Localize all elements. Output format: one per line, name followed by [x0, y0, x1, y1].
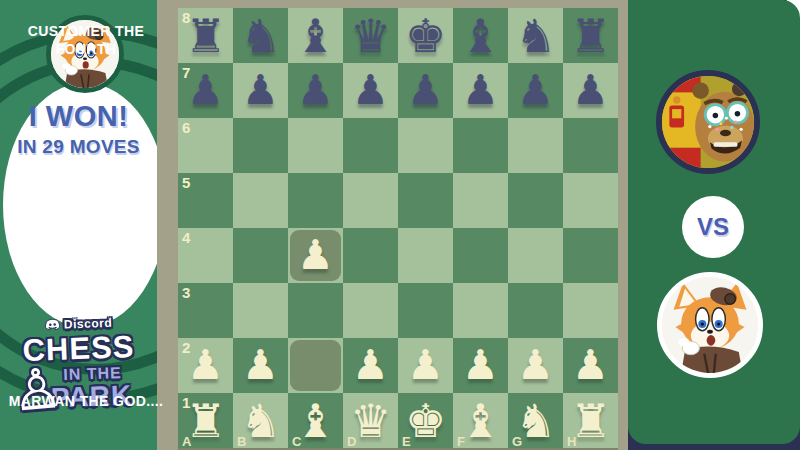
- square-a7[interactable]: 7♟: [178, 63, 233, 118]
- piece-black-pawn: ♟: [563, 63, 618, 118]
- square-d4[interactable]: [343, 228, 398, 283]
- discord-logo-icon: [45, 319, 60, 332]
- square-e7[interactable]: ♟: [398, 63, 453, 118]
- piece-white-bishop: ♝: [288, 393, 343, 448]
- piece-black-pawn: ♟: [178, 63, 233, 118]
- square-h2[interactable]: ♟: [563, 338, 618, 393]
- square-b5[interactable]: [233, 173, 288, 228]
- square-b6[interactable]: [233, 118, 288, 173]
- piece-black-pawn: ♟: [398, 63, 453, 118]
- vs-badge: VS: [682, 196, 744, 258]
- square-g1[interactable]: G♞: [508, 393, 563, 448]
- piece-black-pawn: ♟: [233, 63, 288, 118]
- piece-black-rook: ♜: [563, 8, 618, 63]
- square-g6[interactable]: [508, 118, 563, 173]
- square-b4[interactable]: [233, 228, 288, 283]
- freddy-bear-avatar-icon: [662, 76, 754, 168]
- square-a3[interactable]: 3: [178, 283, 233, 338]
- square-e6[interactable]: [398, 118, 453, 173]
- piece-black-queen: ♛: [343, 8, 398, 63]
- square-f7[interactable]: ♟: [453, 63, 508, 118]
- square-d7[interactable]: ♟: [343, 63, 398, 118]
- square-c5[interactable]: [288, 173, 343, 228]
- square-h3[interactable]: [563, 283, 618, 338]
- discord-wordmark: Discord: [64, 317, 113, 331]
- opponent-avatar: [656, 70, 760, 174]
- square-b3[interactable]: [233, 283, 288, 338]
- square-a5[interactable]: 5: [178, 173, 233, 228]
- last-move-highlight: [290, 340, 341, 391]
- square-h1[interactable]: H♜: [563, 393, 618, 448]
- piece-white-pawn: ♟: [508, 338, 563, 393]
- player-name: MARWAN THE GOD....: [8, 392, 164, 410]
- square-h5[interactable]: [563, 173, 618, 228]
- square-c6[interactable]: [288, 118, 343, 173]
- square-g4[interactable]: [508, 228, 563, 283]
- square-e3[interactable]: [398, 283, 453, 338]
- piece-black-pawn: ♟: [508, 63, 563, 118]
- square-e4[interactable]: [398, 228, 453, 283]
- rank-label-3: 3: [182, 284, 190, 301]
- square-d3[interactable]: [343, 283, 398, 338]
- piece-white-knight: ♞: [508, 393, 563, 448]
- square-g7[interactable]: ♟: [508, 63, 563, 118]
- square-e1[interactable]: E♚: [398, 393, 453, 448]
- square-f2[interactable]: ♟: [453, 338, 508, 393]
- piece-black-rook: ♜: [178, 8, 233, 63]
- square-b1[interactable]: B♞: [233, 393, 288, 448]
- square-c7[interactable]: ♟: [288, 63, 343, 118]
- square-c4[interactable]: ♟: [288, 228, 343, 283]
- square-c2[interactable]: [288, 338, 343, 393]
- piece-black-pawn: ♟: [343, 63, 398, 118]
- square-d2[interactable]: ♟: [343, 338, 398, 393]
- square-h4[interactable]: [563, 228, 618, 283]
- piece-white-rook: ♜: [563, 393, 618, 448]
- piece-black-king: ♚: [398, 8, 453, 63]
- piece-white-pawn: ♟: [343, 338, 398, 393]
- square-g2[interactable]: ♟: [508, 338, 563, 393]
- piece-white-bishop: ♝: [453, 393, 508, 448]
- square-h6[interactable]: [563, 118, 618, 173]
- opponent-name: CUSTOMER THE FOURTH: [8, 22, 164, 58]
- square-c8[interactable]: ♝: [288, 8, 343, 63]
- rank-label-6: 6: [182, 119, 190, 136]
- square-f5[interactable]: [453, 173, 508, 228]
- result-subtitle: IN 29 MOVES: [0, 136, 157, 158]
- piece-black-bishop: ♝: [453, 8, 508, 63]
- square-b7[interactable]: ♟: [233, 63, 288, 118]
- square-e8[interactable]: ♚: [398, 8, 453, 63]
- piece-black-bishop: ♝: [288, 8, 343, 63]
- tails-fox-avatar-icon: [662, 277, 758, 373]
- piece-white-knight: ♞: [233, 393, 288, 448]
- result-title: I WON!: [0, 100, 157, 133]
- square-e2[interactable]: ♟: [398, 338, 453, 393]
- piece-white-pawn: ♟: [398, 338, 453, 393]
- square-f3[interactable]: [453, 283, 508, 338]
- piece-black-knight: ♞: [508, 8, 563, 63]
- chess-board: 8♜♞♝♛♚♝♞♜7♟♟♟♟♟♟♟♟654♟32♟♟♟♟♟♟♟1A♜B♞C♝D♛…: [178, 8, 618, 448]
- square-g5[interactable]: [508, 173, 563, 228]
- square-h8[interactable]: ♜: [563, 8, 618, 63]
- piece-white-pawn: ♟: [288, 228, 343, 283]
- piece-white-king: ♚: [398, 393, 453, 448]
- square-f1[interactable]: F♝: [453, 393, 508, 448]
- player-avatar: [657, 272, 763, 378]
- square-d1[interactable]: D♛: [343, 393, 398, 448]
- square-c3[interactable]: [288, 283, 343, 338]
- square-a1[interactable]: 1A♜: [178, 393, 233, 448]
- square-c1[interactable]: C♝: [288, 393, 343, 448]
- square-g8[interactable]: ♞: [508, 8, 563, 63]
- square-f4[interactable]: [453, 228, 508, 283]
- square-d8[interactable]: ♛: [343, 8, 398, 63]
- piece-black-knight: ♞: [233, 8, 288, 63]
- logo-pawn-icon: ♙: [10, 360, 65, 420]
- result-panel: I WON! IN 29 MOVES Discord CHESS IN THE …: [0, 0, 157, 450]
- piece-white-queen: ♛: [343, 393, 398, 448]
- square-a2[interactable]: 2♟: [178, 338, 233, 393]
- vs-label: VS: [697, 213, 729, 241]
- piece-white-pawn: ♟: [453, 338, 508, 393]
- square-a4[interactable]: 4: [178, 228, 233, 283]
- square-h7[interactable]: ♟: [563, 63, 618, 118]
- square-e5[interactable]: [398, 173, 453, 228]
- piece-black-pawn: ♟: [288, 63, 343, 118]
- chess-in-the-park-screen: I WON! IN 29 MOVES Discord CHESS IN THE …: [0, 0, 800, 450]
- square-b2[interactable]: ♟: [233, 338, 288, 393]
- square-d5[interactable]: [343, 173, 398, 228]
- piece-white-pawn: ♟: [563, 338, 618, 393]
- square-f6[interactable]: [453, 118, 508, 173]
- square-a8[interactable]: 8♜: [178, 8, 233, 63]
- piece-white-pawn: ♟: [233, 338, 288, 393]
- rank-label-4: 4: [182, 229, 190, 246]
- rank-label-5: 5: [182, 174, 190, 191]
- piece-black-pawn: ♟: [453, 63, 508, 118]
- square-d6[interactable]: [343, 118, 398, 173]
- square-f8[interactable]: ♝: [453, 8, 508, 63]
- square-g3[interactable]: [508, 283, 563, 338]
- piece-white-rook: ♜: [178, 393, 233, 448]
- square-a6[interactable]: 6: [178, 118, 233, 173]
- square-b8[interactable]: ♞: [233, 8, 288, 63]
- piece-white-pawn: ♟: [178, 338, 233, 393]
